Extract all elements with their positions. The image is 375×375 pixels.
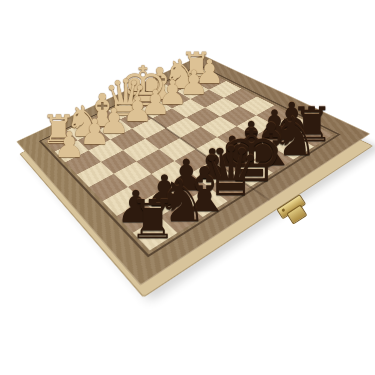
product-photo: ♜♞♝♛♚♝♞♜♟♟♟♟♟♟♟♟♟♟♟♟♟♟♟♟♜♞♝♛♚♝♞♜ — [0, 0, 375, 375]
